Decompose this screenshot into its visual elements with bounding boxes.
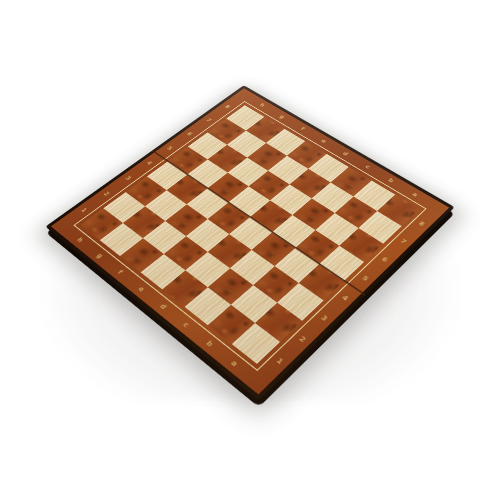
square-a7[interactable] [359,211,402,244]
square-c3[interactable] [230,250,275,285]
square-e3[interactable] [186,219,229,252]
square-d1[interactable] [162,270,207,307]
square-b2[interactable] [231,285,277,323]
square-e1[interactable] [141,254,186,289]
squares-grid [80,105,419,364]
square-c2[interactable] [208,268,253,305]
square-c5[interactable] [272,215,315,248]
square-b1[interactable] [208,305,255,344]
chess-board: hgfedcba hgfedcba 87654321 87654321 [98,65,401,368]
square-c1[interactable] [185,287,231,325]
square-a5[interactable] [319,246,364,281]
square-a2[interactable] [255,303,302,342]
square-b6[interactable] [315,213,358,246]
square-a1[interactable] [232,323,280,364]
square-g1[interactable] [100,223,143,256]
inlay-line-frame [73,101,426,371]
square-e2[interactable] [164,236,208,270]
square-d3[interactable] [208,234,252,268]
square-b5[interactable] [295,230,339,264]
square-d2[interactable] [185,252,230,287]
square-b4[interactable] [275,248,320,283]
board-border: hgfedcba hgfedcba 87654321 87654321 [51,88,449,394]
square-b3[interactable] [253,266,298,302]
square-a4[interactable] [299,264,344,300]
square-f2[interactable] [143,221,186,254]
square-a6[interactable] [339,228,383,262]
scene: hgfedcba hgfedcba 87654321 87654321 [0,0,480,480]
square-c4[interactable] [252,232,296,266]
square-f1[interactable] [120,238,164,272]
square-a3[interactable] [277,283,323,321]
square-d4[interactable] [229,217,272,250]
